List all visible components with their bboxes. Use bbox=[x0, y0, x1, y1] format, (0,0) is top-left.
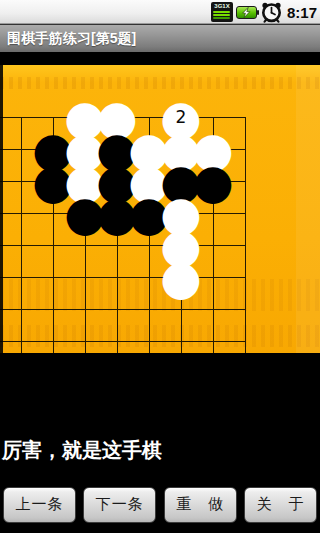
board-intersection[interactable]: ● bbox=[165, 133, 197, 165]
board-intersection[interactable]: ● bbox=[133, 133, 165, 165]
board-intersection[interactable] bbox=[37, 197, 69, 229]
signal-bar bbox=[213, 17, 230, 19]
board-intersection[interactable] bbox=[197, 261, 229, 293]
board-intersection[interactable] bbox=[5, 165, 37, 197]
status-bar: 3G1X 8:17 bbox=[0, 0, 320, 24]
board-intersection[interactable] bbox=[5, 197, 37, 229]
board-intersection[interactable] bbox=[5, 101, 37, 133]
board-intersection[interactable] bbox=[37, 293, 69, 325]
board-intersection[interactable] bbox=[5, 229, 37, 261]
board-intersection[interactable] bbox=[5, 133, 37, 165]
board-intersection[interactable]: ● bbox=[101, 197, 133, 229]
board-intersection[interactable]: ● bbox=[37, 165, 69, 197]
board-intersection[interactable] bbox=[229, 325, 261, 353]
battery-charging-icon bbox=[236, 6, 257, 19]
board-right-highlight bbox=[296, 65, 320, 353]
board-intersection[interactable] bbox=[133, 293, 165, 325]
board-intersection[interactable] bbox=[229, 133, 261, 165]
board-intersection[interactable] bbox=[37, 229, 69, 261]
board-intersection[interactable] bbox=[165, 325, 197, 353]
redo-button[interactable]: 重 做 bbox=[164, 487, 237, 523]
board-intersection[interactable] bbox=[5, 261, 37, 293]
board-intersection[interactable]: ● bbox=[101, 165, 133, 197]
board-intersection[interactable] bbox=[197, 293, 229, 325]
board-intersection[interactable] bbox=[5, 293, 37, 325]
texture-band bbox=[0, 77, 320, 89]
button-bar: 上一条 下一条 重 做 关 于 bbox=[0, 486, 320, 523]
next-problem-button[interactable]: 下一条 bbox=[83, 487, 156, 523]
app-title: 围棋手筋练习[第5题] bbox=[7, 30, 136, 48]
board-intersection[interactable]: ● bbox=[101, 101, 133, 133]
board-intersection[interactable] bbox=[197, 101, 229, 133]
previous-problem-button[interactable]: 上一条 bbox=[3, 487, 76, 523]
board-intersection[interactable] bbox=[133, 229, 165, 261]
board-intersection[interactable] bbox=[133, 101, 165, 133]
lightning-bolt-icon bbox=[241, 7, 251, 18]
board-intersection[interactable]: ● bbox=[133, 165, 165, 197]
board-area: ●●●2●●●●●●●●●●●●●●●●●● bbox=[0, 65, 320, 353]
board-intersection[interactable]: ● bbox=[165, 165, 197, 197]
board-intersection[interactable]: ● bbox=[165, 197, 197, 229]
board-intersection[interactable] bbox=[69, 293, 101, 325]
board-intersection[interactable] bbox=[69, 261, 101, 293]
board-intersection[interactable] bbox=[229, 101, 261, 133]
board-intersection[interactable]: ●2 bbox=[165, 101, 197, 133]
board-intersection[interactable]: ● bbox=[101, 133, 133, 165]
signal-bar bbox=[213, 11, 230, 13]
board-intersection[interactable] bbox=[229, 261, 261, 293]
move-number-label: 2 bbox=[176, 107, 187, 127]
board-intersection[interactable]: ● bbox=[69, 101, 101, 133]
board-intersection[interactable] bbox=[197, 197, 229, 229]
status-time: 8:17 bbox=[287, 4, 317, 21]
board-intersection[interactable] bbox=[133, 325, 165, 353]
board-intersection[interactable] bbox=[37, 261, 69, 293]
board-intersection[interactable] bbox=[133, 261, 165, 293]
signal-bar bbox=[213, 14, 230, 16]
alarm-clock-icon bbox=[260, 1, 283, 23]
board-intersection[interactable] bbox=[69, 325, 101, 353]
board-intersection[interactable]: ● bbox=[133, 197, 165, 229]
board-intersection[interactable] bbox=[101, 325, 133, 353]
board-intersection[interactable]: ● bbox=[165, 261, 197, 293]
hint-message: 厉害，就是这手棋 bbox=[2, 437, 162, 464]
about-button[interactable]: 关 于 bbox=[244, 487, 317, 523]
board-intersection[interactable] bbox=[229, 197, 261, 229]
board-intersection[interactable]: ● bbox=[197, 165, 229, 197]
board-intersection[interactable] bbox=[229, 229, 261, 261]
title-bar: 围棋手筋练习[第5题] bbox=[0, 24, 320, 52]
board-intersection[interactable] bbox=[197, 325, 229, 353]
board-intersection[interactable]: ● bbox=[37, 133, 69, 165]
board-intersection[interactable] bbox=[101, 229, 133, 261]
board-intersection[interactable] bbox=[5, 325, 37, 353]
board-intersection[interactable] bbox=[37, 325, 69, 353]
board-intersection[interactable]: ● bbox=[69, 133, 101, 165]
board-intersection[interactable] bbox=[101, 293, 133, 325]
network-type-label: 3G1X bbox=[214, 3, 229, 10]
board-intersection[interactable] bbox=[229, 165, 261, 197]
board-intersection[interactable] bbox=[165, 293, 197, 325]
board-intersection[interactable]: ● bbox=[69, 197, 101, 229]
board-intersection[interactable] bbox=[69, 229, 101, 261]
signal-3g1x-icon: 3G1X bbox=[211, 2, 233, 22]
board-intersection[interactable] bbox=[37, 101, 69, 133]
board-intersection[interactable] bbox=[229, 293, 261, 325]
app-screen: 3G1X 8:17 围棋手筋练习[第5题] bbox=[0, 0, 320, 533]
go-board[interactable]: ●●●2●●●●●●●●●●●●●●●●●● bbox=[5, 101, 261, 353]
board-intersection[interactable] bbox=[101, 261, 133, 293]
board-intersection[interactable] bbox=[197, 229, 229, 261]
board-intersection[interactable]: ● bbox=[197, 133, 229, 165]
board-left-edge bbox=[0, 65, 3, 353]
board-intersection[interactable]: ● bbox=[69, 165, 101, 197]
board-intersection[interactable]: ● bbox=[165, 229, 197, 261]
